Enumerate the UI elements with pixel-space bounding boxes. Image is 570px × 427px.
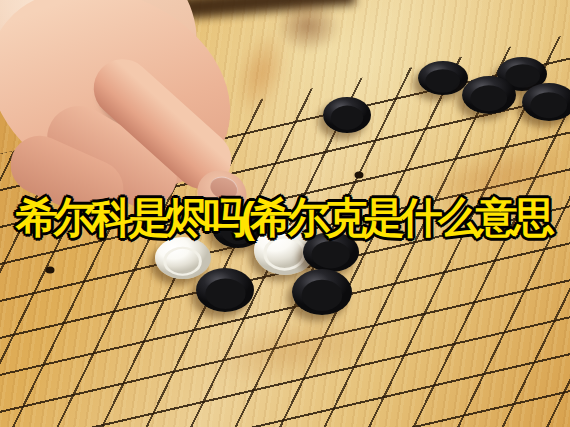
go-stone-black[interactable]: ● [522,83,570,121]
go-stone-black[interactable]: ● [418,61,468,95]
caption-text: 希尔科是烬吗(希尔克是什么意思 [16,195,551,241]
go-stone-black[interactable]: ● [196,268,254,312]
go-stone-white[interactable]: ○ [155,237,211,279]
black-stone-glyph: ● [299,272,346,313]
black-stone-glyph: ● [423,63,463,94]
black-stone-glyph: ● [329,99,366,131]
black-stone-glyph: ● [468,78,510,112]
star-point [46,266,55,273]
black-stone-glyph: ● [202,270,248,310]
black-stone-glyph: ● [528,85,570,119]
go-photo-thumbnail: ●●●●●●○●○●● 希尔科是烬吗(希尔克是什么意思 [0,0,570,427]
white-stone-glyph: ○ [161,239,205,277]
go-stone-black[interactable]: ● [462,76,516,114]
star-point [355,172,364,179]
go-stone-black[interactable]: ● [292,269,352,315]
go-stone-black[interactable]: ● [323,97,371,133]
